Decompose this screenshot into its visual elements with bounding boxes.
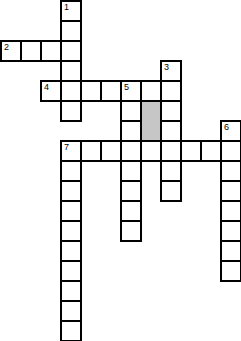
cell-r11-c6[interactable] bbox=[120, 220, 142, 242]
cell-r16-c3[interactable] bbox=[60, 320, 82, 341]
cell-r7-c6[interactable] bbox=[120, 140, 142, 162]
cell-r10-c6[interactable] bbox=[120, 200, 142, 222]
cell-r13-c3[interactable] bbox=[60, 260, 82, 282]
cell-r4-c6[interactable]: 5 bbox=[120, 80, 142, 102]
cell-r8-c11[interactable] bbox=[220, 160, 241, 182]
shaded-cell-r5-c7 bbox=[140, 100, 162, 142]
clue-number-5: 5 bbox=[124, 83, 129, 92]
cell-r8-c8[interactable] bbox=[160, 160, 182, 182]
cell-r10-c3[interactable] bbox=[60, 200, 82, 222]
cell-r2-c0[interactable]: 2 bbox=[0, 40, 22, 62]
cell-r4-c5[interactable] bbox=[100, 80, 122, 102]
cell-r0-c3[interactable]: 1 bbox=[60, 0, 82, 22]
cell-r12-c11[interactable] bbox=[220, 240, 241, 262]
cell-r7-c9[interactable] bbox=[180, 140, 202, 162]
cell-r8-c3[interactable] bbox=[60, 160, 82, 182]
cell-r2-c1[interactable] bbox=[20, 40, 42, 62]
cell-r2-c3[interactable] bbox=[60, 40, 82, 62]
cell-r9-c6[interactable] bbox=[120, 180, 142, 202]
clue-number-3: 3 bbox=[164, 63, 169, 72]
cell-r10-c11[interactable] bbox=[220, 200, 241, 222]
clue-number-4: 4 bbox=[44, 83, 49, 92]
cell-r9-c11[interactable] bbox=[220, 180, 241, 202]
clue-number-1: 1 bbox=[64, 3, 69, 12]
cell-r7-c7[interactable] bbox=[140, 140, 162, 162]
cell-r9-c3[interactable] bbox=[60, 180, 82, 202]
cell-r13-c11[interactable] bbox=[220, 260, 241, 282]
cell-r5-c6[interactable] bbox=[120, 100, 142, 122]
cell-r11-c11[interactable] bbox=[220, 220, 241, 242]
cell-r15-c3[interactable] bbox=[60, 300, 82, 322]
cell-r1-c3[interactable] bbox=[60, 20, 82, 42]
cell-r8-c6[interactable] bbox=[120, 160, 142, 182]
cell-r5-c8[interactable] bbox=[160, 100, 182, 122]
cell-r2-c2[interactable] bbox=[40, 40, 62, 62]
cell-r4-c3[interactable] bbox=[60, 80, 82, 102]
crossword-grid: 1234567 bbox=[0, 0, 241, 341]
cell-r4-c4[interactable] bbox=[80, 80, 102, 102]
cell-r4-c8[interactable] bbox=[160, 80, 182, 102]
cell-r3-c8[interactable]: 3 bbox=[160, 60, 182, 82]
cell-r6-c11[interactable]: 6 bbox=[220, 120, 241, 142]
cell-r7-c5[interactable] bbox=[100, 140, 122, 162]
clue-number-7: 7 bbox=[64, 143, 69, 152]
cell-r5-c3[interactable] bbox=[60, 100, 82, 122]
cell-r7-c8[interactable] bbox=[160, 140, 182, 162]
cell-r4-c2[interactable]: 4 bbox=[40, 80, 62, 102]
cell-r4-c7[interactable] bbox=[140, 80, 162, 102]
cell-r7-c10[interactable] bbox=[200, 140, 222, 162]
cell-r6-c8[interactable] bbox=[160, 120, 182, 142]
cell-r11-c3[interactable] bbox=[60, 220, 82, 242]
clue-number-2: 2 bbox=[4, 43, 9, 52]
cell-r9-c8[interactable] bbox=[160, 180, 182, 202]
cell-r3-c3[interactable] bbox=[60, 60, 82, 82]
cell-r7-c11[interactable] bbox=[220, 140, 241, 162]
cell-r7-c4[interactable] bbox=[80, 140, 102, 162]
clue-number-6: 6 bbox=[224, 123, 229, 132]
cell-r7-c3[interactable]: 7 bbox=[60, 140, 82, 162]
cell-r14-c3[interactable] bbox=[60, 280, 82, 302]
cell-r12-c3[interactable] bbox=[60, 240, 82, 262]
cell-r6-c6[interactable] bbox=[120, 120, 142, 142]
